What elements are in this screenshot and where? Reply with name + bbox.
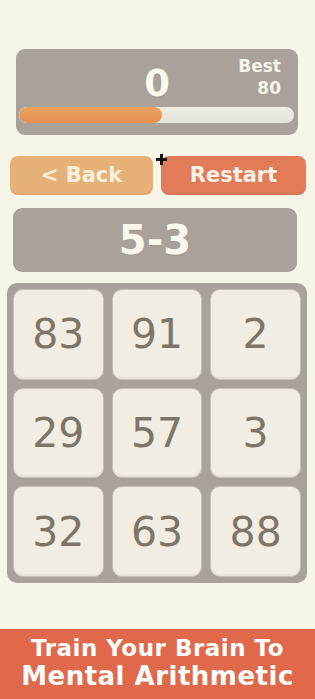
answer-tile[interactable]: 91 [112, 289, 203, 380]
mouse-cursor-icon [156, 154, 167, 165]
banner-text-line1: Train Your Brain To [0, 636, 315, 660]
answer-tile[interactable]: 63 [112, 486, 203, 577]
back-button[interactable]: < Back [10, 156, 153, 195]
best-score-label: Best [238, 56, 281, 76]
progress-bar [19, 107, 294, 123]
answer-tile[interactable]: 3 [210, 388, 301, 479]
answer-grid: 83 91 2 29 57 3 32 63 88 [7, 283, 307, 583]
answer-tile[interactable]: 29 [13, 388, 104, 479]
restart-button[interactable]: Restart [161, 156, 306, 195]
answer-tile[interactable]: 57 [112, 388, 203, 479]
problem-display: 5-3 [13, 208, 297, 272]
answer-tile[interactable]: 2 [210, 289, 301, 380]
promo-banner[interactable]: Train Your Brain To Mental Arithmetic [0, 629, 315, 699]
answer-tile[interactable]: 88 [210, 486, 301, 577]
problem-expression: 5-3 [13, 208, 297, 272]
best-score-value: 80 [257, 78, 281, 98]
answer-tile[interactable]: 32 [13, 486, 104, 577]
banner-text-line2: Mental Arithmetic [0, 663, 315, 690]
score-panel: 0 Best 80 [16, 49, 298, 135]
progress-fill [19, 107, 162, 123]
answer-tile[interactable]: 83 [13, 289, 104, 380]
